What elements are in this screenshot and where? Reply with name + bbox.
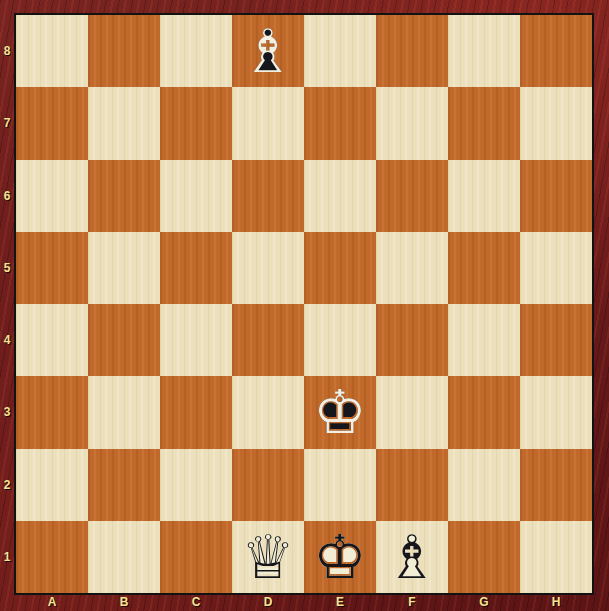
square-h4[interactable] (520, 304, 592, 376)
piece-fill-glyph: ♝ (232, 15, 304, 87)
square-e7[interactable] (304, 87, 376, 159)
file-label-c: C (160, 594, 232, 610)
square-f6[interactable] (376, 160, 448, 232)
square-h8[interactable] (520, 15, 592, 87)
file-label-a: A (16, 594, 88, 610)
square-g1[interactable] (448, 521, 520, 593)
square-c7[interactable] (160, 87, 232, 159)
rank-label-8: 8 (0, 15, 14, 87)
square-f7[interactable] (376, 87, 448, 159)
rank-label-3: 3 (0, 376, 14, 448)
square-h7[interactable] (520, 87, 592, 159)
square-g4[interactable] (448, 304, 520, 376)
square-c2[interactable] (160, 449, 232, 521)
square-a6[interactable] (16, 160, 88, 232)
square-h2[interactable] (520, 449, 592, 521)
rank-label-7: 7 (0, 87, 14, 159)
square-b2[interactable] (88, 449, 160, 521)
square-e4[interactable] (304, 304, 376, 376)
square-d1[interactable]: ♛♕ (232, 521, 304, 593)
square-g7[interactable] (448, 87, 520, 159)
piece-fill-glyph: ♝ (376, 521, 448, 593)
file-label-h: H (520, 594, 592, 610)
square-d4[interactable] (232, 304, 304, 376)
square-c4[interactable] (160, 304, 232, 376)
square-h6[interactable] (520, 160, 592, 232)
file-label-f: F (376, 594, 448, 610)
piece-fill-glyph: ♚ (304, 521, 376, 593)
square-f1[interactable]: ♝♗ (376, 521, 448, 593)
rank-label-5: 5 (0, 232, 14, 304)
square-h5[interactable] (520, 232, 592, 304)
square-h1[interactable] (520, 521, 592, 593)
square-f3[interactable] (376, 376, 448, 448)
square-d8[interactable]: ♝♗ (232, 15, 304, 87)
square-f8[interactable] (376, 15, 448, 87)
rank-label-2: 2 (0, 449, 14, 521)
square-d5[interactable] (232, 232, 304, 304)
piece-fill-glyph: ♛ (232, 521, 304, 593)
file-labels: ABCDEFGH (16, 594, 592, 610)
square-e3[interactable]: ♚♔ (304, 376, 376, 448)
board-grid: ♝♗♚♔♛♕♚♔♝♗ (16, 15, 592, 593)
square-a1[interactable] (16, 521, 88, 593)
rank-labels: 87654321 (0, 15, 14, 593)
square-b8[interactable] (88, 15, 160, 87)
square-a7[interactable] (16, 87, 88, 159)
square-g8[interactable] (448, 15, 520, 87)
square-e2[interactable] (304, 449, 376, 521)
square-g2[interactable] (448, 449, 520, 521)
rank-label-6: 6 (0, 160, 14, 232)
file-label-d: D (232, 594, 304, 610)
rank-label-1: 1 (0, 521, 14, 593)
square-d2[interactable] (232, 449, 304, 521)
square-g6[interactable] (448, 160, 520, 232)
square-c8[interactable] (160, 15, 232, 87)
square-a5[interactable] (16, 232, 88, 304)
square-c1[interactable] (160, 521, 232, 593)
square-e5[interactable] (304, 232, 376, 304)
piece-black-bishop-d8[interactable]: ♝♗ (232, 15, 304, 87)
square-g3[interactable] (448, 376, 520, 448)
piece-white-king-e1[interactable]: ♚♔ (304, 521, 376, 593)
square-d7[interactable] (232, 87, 304, 159)
square-a8[interactable] (16, 15, 88, 87)
chess-board: ♝♗♚♔♛♕♚♔♝♗ (14, 13, 594, 595)
piece-outline-glyph: ♕ (232, 521, 304, 593)
square-d6[interactable] (232, 160, 304, 232)
square-e1[interactable]: ♚♔ (304, 521, 376, 593)
rank-label-4: 4 (0, 304, 14, 376)
square-f5[interactable] (376, 232, 448, 304)
square-c5[interactable] (160, 232, 232, 304)
piece-outline-glyph: ♔ (304, 376, 376, 448)
square-c6[interactable] (160, 160, 232, 232)
piece-white-bishop-f1[interactable]: ♝♗ (376, 521, 448, 593)
square-b1[interactable] (88, 521, 160, 593)
square-b3[interactable] (88, 376, 160, 448)
square-g5[interactable] (448, 232, 520, 304)
square-b4[interactable] (88, 304, 160, 376)
square-a3[interactable] (16, 376, 88, 448)
piece-fill-glyph: ♚ (304, 376, 376, 448)
square-e8[interactable] (304, 15, 376, 87)
square-b7[interactable] (88, 87, 160, 159)
square-h3[interactable] (520, 376, 592, 448)
square-b6[interactable] (88, 160, 160, 232)
square-f4[interactable] (376, 304, 448, 376)
square-a4[interactable] (16, 304, 88, 376)
square-a2[interactable] (16, 449, 88, 521)
piece-white-queen-d1[interactable]: ♛♕ (232, 521, 304, 593)
piece-black-king-e3[interactable]: ♚♔ (304, 376, 376, 448)
file-label-e: E (304, 594, 376, 610)
piece-outline-glyph: ♗ (232, 15, 304, 87)
piece-outline-glyph: ♔ (304, 521, 376, 593)
square-c3[interactable] (160, 376, 232, 448)
square-f2[interactable] (376, 449, 448, 521)
file-label-g: G (448, 594, 520, 610)
file-label-b: B (88, 594, 160, 610)
piece-outline-glyph: ♗ (376, 521, 448, 593)
square-d3[interactable] (232, 376, 304, 448)
square-b5[interactable] (88, 232, 160, 304)
square-e6[interactable] (304, 160, 376, 232)
